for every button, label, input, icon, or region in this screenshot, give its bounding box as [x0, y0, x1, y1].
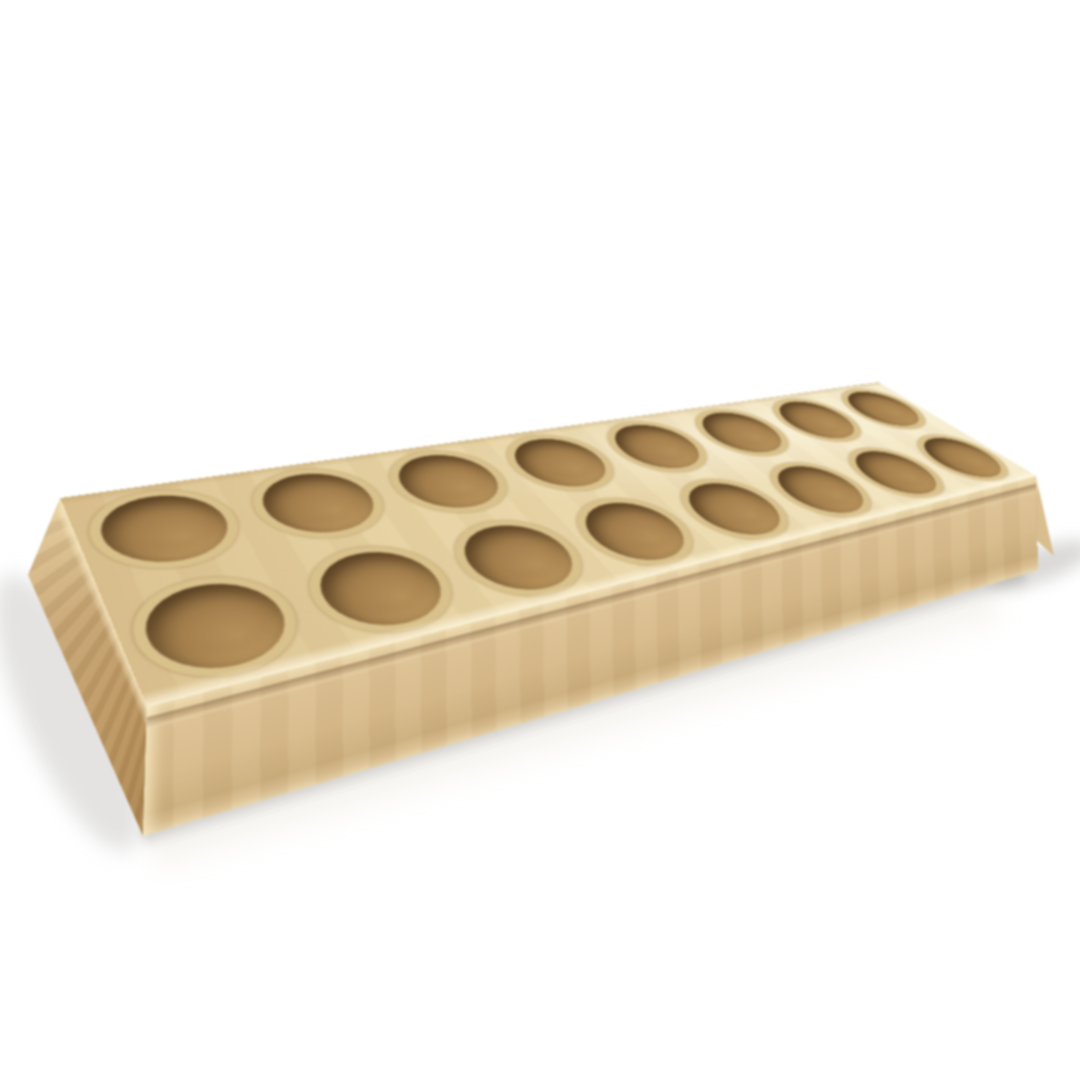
pit-hole — [131, 574, 304, 683]
wooden-board-scene — [0, 0, 1080, 1080]
pit-hole — [248, 468, 391, 541]
pit-hole — [302, 544, 461, 637]
pit-hole — [89, 488, 244, 571]
photo-canvas — [0, 0, 1080, 1080]
